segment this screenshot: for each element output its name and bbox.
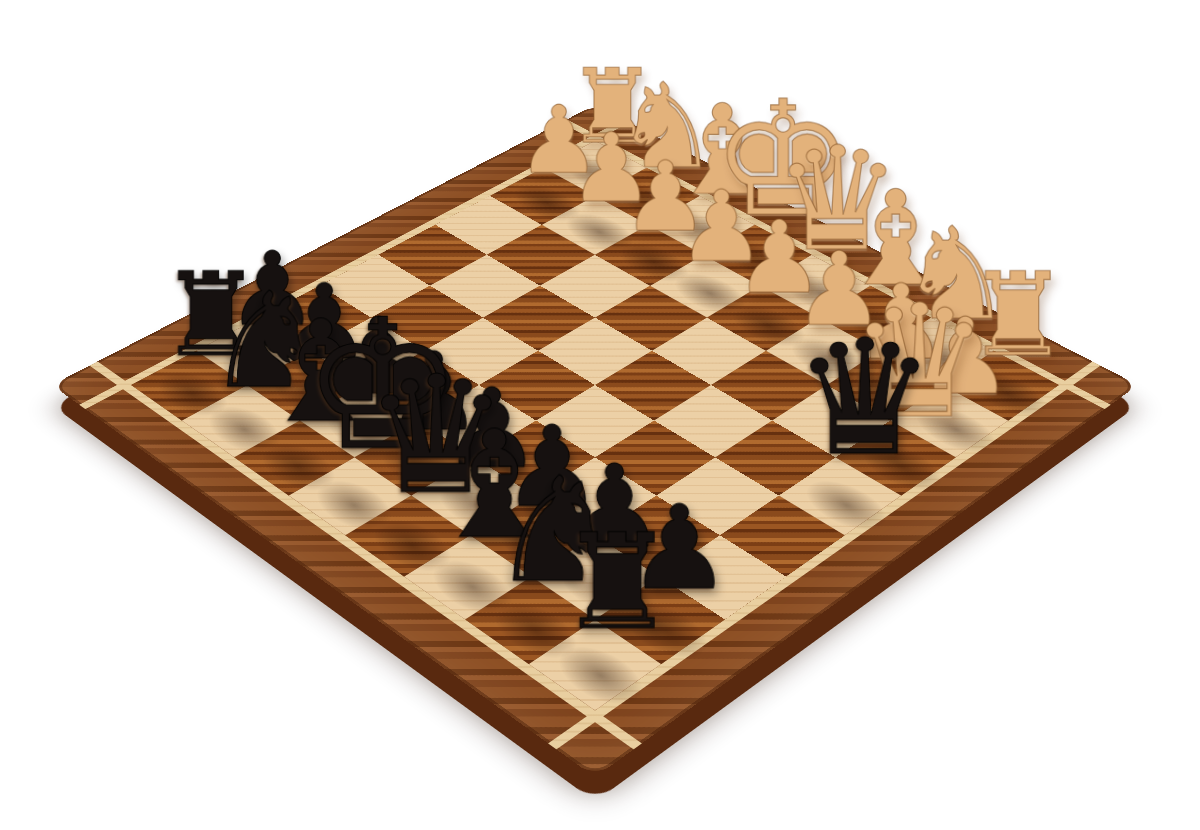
scene: ♜♞♝♛♚♝♞♜♟♟♟♟♟♟♟♟♛♛♟♟♟♟♟♟♟♟♜♞♝♛♚♝♞♜ (0, 0, 1200, 830)
board-field: ♜♞♝♛♚♝♞♜♟♟♟♟♟♟♟♟♛♛♟♟♟♟♟♟♟♟♜♞♝♛♚♝♞♜ (131, 141, 1059, 711)
square-f3[interactable] (540, 255, 650, 318)
board-face: ♜♞♝♛♚♝♞♜♟♟♟♟♟♟♟♟♛♛♟♟♟♟♟♟♟♟♜♞♝♛♚♝♞♜ (52, 105, 1138, 777)
piece-black-rook-a8[interactable]: ♜ (515, 517, 719, 649)
piece-black-queen-a4[interactable]: ♛ (771, 319, 960, 478)
chess-board: ♜♞♝♛♚♝♞♜♟♟♟♟♟♟♟♟♛♛♟♟♟♟♟♟♟♟♜♞♝♛♚♝♞♜ (52, 105, 1138, 777)
